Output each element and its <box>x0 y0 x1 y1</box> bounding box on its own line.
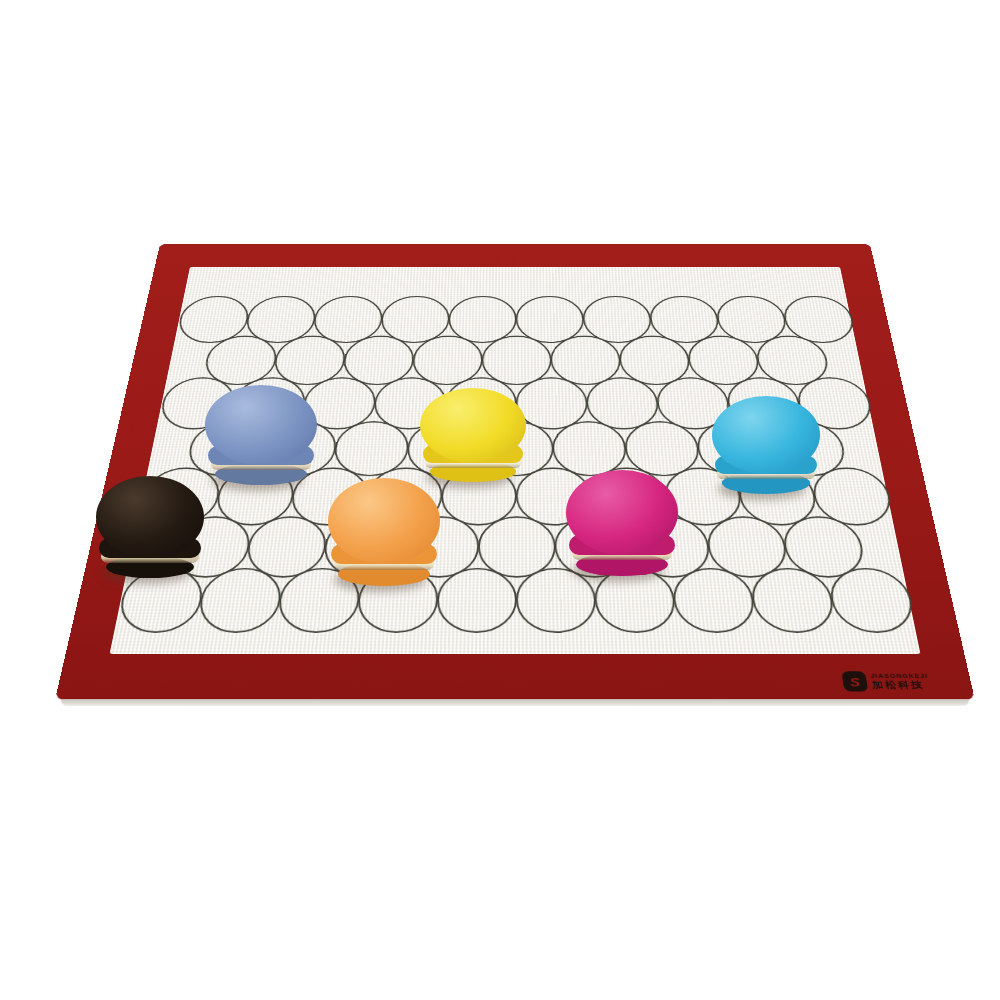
yellow-macaron-top-shell <box>420 388 526 463</box>
brand-name-latin: JIASONGKEJI <box>870 673 929 680</box>
blue-macaron-top-shell <box>205 385 317 465</box>
template-circle <box>195 568 284 633</box>
blue-macaron <box>205 385 317 485</box>
template-circle <box>593 568 677 633</box>
pink-macaron-top-shell <box>566 470 678 555</box>
template-circle <box>826 568 918 633</box>
brand-logo: S JIASONGKEJI 加松科技 <box>841 671 931 691</box>
cyan-macaron-top-shell <box>712 396 820 474</box>
orange-macaron <box>328 478 440 586</box>
black-macaron <box>96 476 204 578</box>
yellow-macaron <box>420 388 526 482</box>
brand-logo-icon: S <box>841 671 868 691</box>
brand-logo-text: JIASONGKEJI 加松科技 <box>870 673 931 690</box>
orange-macaron-top-shell <box>328 478 440 564</box>
brand-name-chinese: 加松科技 <box>871 679 931 690</box>
cyan-macaron <box>712 396 820 494</box>
pink-macaron <box>566 470 678 576</box>
black-macaron-top-shell <box>96 476 204 558</box>
template-circle <box>671 568 758 633</box>
product-photo: S JIASONGKEJI 加松科技 <box>0 0 1000 1000</box>
template-circle <box>516 568 597 633</box>
template-circle <box>436 568 517 633</box>
template-circle <box>748 568 837 633</box>
